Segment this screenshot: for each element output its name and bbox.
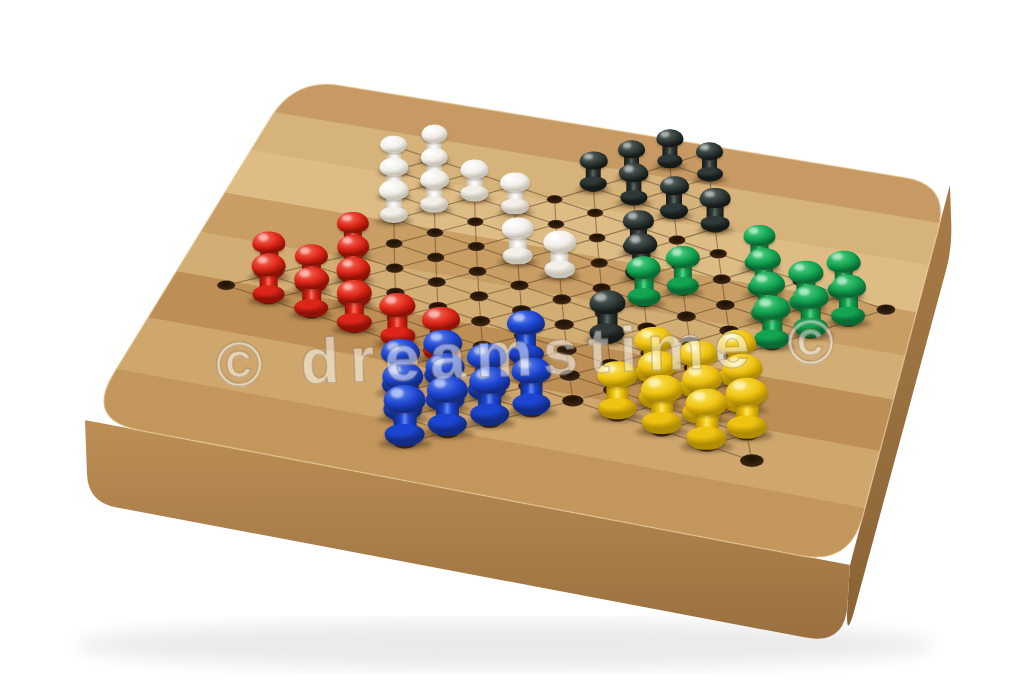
peg-cap [424, 330, 463, 355]
peg-highlight [733, 381, 746, 390]
peg-highlight [476, 370, 489, 379]
peg-foot [295, 299, 328, 318]
peg-cap [744, 225, 776, 246]
peg-cap [511, 357, 551, 383]
peg-yellow[interactable] [641, 375, 683, 435]
peg-blue[interactable] [511, 357, 552, 416]
peg-highlight [752, 251, 762, 258]
peg-highlight [385, 137, 393, 143]
peg-white[interactable] [543, 231, 576, 279]
peg-highlight [425, 127, 433, 133]
peg-foot [793, 318, 827, 337]
peg-cap [469, 367, 510, 394]
peg-foot [620, 190, 648, 205]
peg-highlight [434, 379, 447, 388]
peg-cap [638, 351, 678, 377]
peg-highlight [700, 144, 708, 150]
peg-foot [590, 324, 625, 343]
peg-highlight [300, 270, 311, 278]
peg-highlight [384, 160, 393, 166]
peg-blue[interactable] [426, 376, 468, 436]
peg-green[interactable] [753, 296, 790, 349]
peg-foot [501, 199, 529, 215]
peg-cap [754, 296, 791, 320]
peg-cap [750, 272, 785, 295]
peg-foot [660, 203, 688, 219]
peg-cap [422, 307, 459, 331]
peg-foot [697, 167, 723, 182]
peg-foot [667, 277, 699, 295]
peg-highlight [595, 293, 606, 301]
pegs-layer [0, 0, 1024, 681]
peg-highlight [430, 333, 442, 341]
peg-green[interactable] [830, 274, 866, 325]
peg-red[interactable] [336, 280, 372, 332]
peg-cap [337, 280, 373, 303]
peg-foot [598, 398, 637, 420]
peg-highlight [664, 178, 673, 184]
peg-cap [381, 135, 408, 153]
peg-cap [381, 339, 420, 365]
peg-cap [682, 364, 723, 391]
peg-highlight [630, 236, 640, 243]
peg-highlight [257, 256, 267, 263]
peg-cap [589, 290, 625, 314]
peg-black[interactable] [656, 130, 683, 169]
peg-yellow[interactable] [685, 388, 728, 449]
peg-green[interactable] [792, 285, 829, 337]
peg-cap [543, 231, 576, 252]
peg-highlight [384, 182, 393, 188]
peg-highlight [389, 365, 401, 374]
peg-cap [656, 130, 683, 147]
peg-highlight [760, 298, 771, 306]
peg-highlight [518, 360, 530, 369]
peg-black[interactable] [659, 176, 689, 219]
peg-cap [507, 310, 544, 334]
peg-highlight [465, 162, 474, 168]
peg-cap [467, 343, 506, 369]
peg-white[interactable] [460, 160, 489, 201]
peg-foot [755, 329, 790, 349]
peg-highlight [729, 357, 741, 366]
peg-yellow[interactable] [726, 378, 768, 438]
peg-highlight [756, 275, 767, 283]
peg-white[interactable] [379, 180, 409, 223]
peg-yellow[interactable] [597, 361, 638, 420]
peg-foot [385, 424, 425, 447]
peg-highlight [432, 356, 444, 365]
peg-red[interactable] [294, 267, 330, 318]
peg-cap [384, 385, 426, 412]
peg-foot [502, 247, 533, 264]
peg-highlight [428, 310, 439, 318]
peg-foot [642, 412, 682, 434]
peg-black[interactable] [579, 151, 608, 192]
peg-blue[interactable] [383, 385, 426, 446]
peg-highlight [385, 296, 396, 304]
peg-cap [722, 354, 762, 380]
peg-cap [789, 261, 823, 284]
peg-cap [635, 327, 673, 352]
peg-cap [597, 361, 637, 387]
peg-cap [625, 233, 658, 254]
peg-highlight [258, 234, 268, 241]
peg-white[interactable] [420, 170, 450, 212]
peg-black[interactable] [700, 189, 731, 233]
peg-blue[interactable] [469, 367, 511, 426]
peg-highlight [644, 354, 656, 363]
peg-cap [726, 378, 768, 405]
peg-cap [502, 218, 534, 239]
peg-highlight [672, 248, 682, 255]
peg-cap [421, 125, 447, 142]
peg-highlight [661, 132, 669, 138]
peg-cap [337, 235, 370, 257]
peg-highlight [300, 247, 310, 254]
peg-foot [512, 394, 551, 416]
peg-cap [253, 232, 286, 253]
board-photo: © dreamstime © [0, 0, 1024, 681]
peg-highlight [832, 253, 842, 260]
peg-foot [421, 197, 449, 213]
peg-foot [627, 288, 660, 306]
peg-cap [678, 341, 717, 367]
peg-highlight [794, 264, 805, 272]
peg-cap [294, 267, 329, 290]
peg-foot [701, 216, 730, 232]
peg-white[interactable] [502, 218, 535, 264]
peg-cap [427, 376, 468, 403]
peg-highlight [513, 313, 524, 321]
peg-cap [686, 388, 728, 416]
peg-highlight [342, 237, 352, 244]
peg-highlight [549, 233, 559, 240]
peg-highlight [648, 378, 661, 387]
peg-cap [641, 375, 682, 402]
peg-cap [379, 293, 415, 317]
peg-green[interactable] [626, 257, 661, 307]
peg-foot [580, 177, 607, 192]
peg-highlight [724, 333, 736, 341]
peg-black[interactable] [696, 142, 724, 182]
peg-cap [831, 274, 866, 297]
peg-cap [793, 285, 829, 309]
peg-black[interactable] [619, 164, 648, 206]
peg-cap [718, 330, 757, 355]
peg-highlight [604, 364, 616, 373]
peg-foot [687, 427, 727, 450]
peg-black[interactable] [589, 290, 626, 343]
peg-white[interactable] [500, 172, 530, 214]
peg-highlight [837, 277, 848, 285]
peg-foot [337, 313, 371, 332]
peg-foot [428, 414, 468, 436]
peg-green[interactable] [666, 246, 700, 295]
peg-red[interactable] [251, 254, 286, 304]
peg-highlight [623, 142, 631, 148]
